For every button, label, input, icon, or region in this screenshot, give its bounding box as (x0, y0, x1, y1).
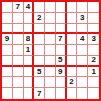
cell-r1c7[interactable] (67, 2, 78, 13)
cell-r9c1[interactable] (2, 88, 13, 99)
cell-r2c8[interactable]: 3 (77, 13, 88, 24)
cell-r7c6[interactable]: 9 (56, 67, 67, 78)
cell-r6c7[interactable] (67, 56, 78, 67)
cell-r8c6[interactable] (56, 77, 67, 88)
cell-r6c1[interactable] (2, 56, 13, 67)
cell-r4c6[interactable]: 7 (56, 34, 67, 45)
cell-r3c3[interactable] (24, 24, 35, 35)
cell-r3c2[interactable] (13, 24, 24, 35)
cell-r3c1[interactable] (2, 24, 13, 35)
sudoku-board: 74239874315259127 (0, 0, 101, 101)
cell-r8c3[interactable] (24, 77, 35, 88)
cell-r1c6[interactable] (56, 2, 67, 13)
cell-r8c7[interactable]: 2 (67, 77, 78, 88)
cell-r9c6[interactable] (56, 88, 67, 99)
cell-r9c9[interactable] (88, 88, 99, 99)
cell-r5c5[interactable] (45, 45, 56, 56)
cell-r6c8[interactable] (77, 56, 88, 67)
cell-r2c6[interactable] (56, 13, 67, 24)
cell-r5c4[interactable] (34, 45, 45, 56)
cell-r8c8[interactable] (77, 77, 88, 88)
cell-r2c7[interactable] (67, 13, 78, 24)
cell-r2c2[interactable] (13, 13, 24, 24)
cell-r9c8[interactable] (77, 88, 88, 99)
cell-r8c1[interactable] (2, 77, 13, 88)
cell-r7c5[interactable] (45, 67, 56, 78)
cell-r4c5[interactable] (45, 34, 56, 45)
cell-r6c6[interactable]: 5 (56, 56, 67, 67)
cell-r1c4[interactable] (34, 2, 45, 13)
cell-r7c7[interactable] (67, 67, 78, 78)
sudoku-puzzle: 74239874315259127 (0, 0, 101, 101)
cell-r5c9[interactable] (88, 45, 99, 56)
cell-r9c7[interactable] (67, 88, 78, 99)
cell-r5c3[interactable]: 1 (24, 45, 35, 56)
cell-r6c9[interactable]: 2 (88, 56, 99, 67)
cell-r1c5[interactable] (45, 2, 56, 13)
cell-r6c2[interactable] (13, 56, 24, 67)
cell-r3c4[interactable] (34, 24, 45, 35)
cell-r8c4[interactable] (34, 77, 45, 88)
cell-r5c6[interactable] (56, 45, 67, 56)
cell-r2c5[interactable] (45, 13, 56, 24)
cell-r3c9[interactable] (88, 24, 99, 35)
cell-r7c9[interactable]: 1 (88, 67, 99, 78)
cell-r9c3[interactable] (24, 88, 35, 99)
cell-r6c4[interactable] (34, 56, 45, 67)
cell-r2c4[interactable]: 2 (34, 13, 45, 24)
cell-r7c4[interactable]: 5 (34, 67, 45, 78)
cell-r3c6[interactable] (56, 24, 67, 35)
cell-r2c9[interactable] (88, 13, 99, 24)
cell-r3c5[interactable] (45, 24, 56, 35)
cell-r5c1[interactable] (2, 45, 13, 56)
cell-r9c5[interactable] (45, 88, 56, 99)
cell-r1c1[interactable] (2, 2, 13, 13)
cell-r5c8[interactable] (77, 45, 88, 56)
cell-r8c9[interactable] (88, 77, 99, 88)
cell-r6c3[interactable] (24, 56, 35, 67)
cell-r1c9[interactable] (88, 2, 99, 13)
cell-r7c8[interactable] (77, 67, 88, 78)
cell-r8c5[interactable] (45, 77, 56, 88)
cell-r4c1[interactable]: 9 (2, 34, 13, 45)
cell-r5c2[interactable] (13, 45, 24, 56)
cell-r5c7[interactable] (67, 45, 78, 56)
cell-r2c1[interactable] (2, 13, 13, 24)
cell-r9c4[interactable]: 7 (34, 88, 45, 99)
cell-r1c3[interactable]: 4 (24, 2, 35, 13)
cell-r7c2[interactable] (13, 67, 24, 78)
cell-r1c8[interactable] (77, 2, 88, 13)
cell-r4c2[interactable] (13, 34, 24, 45)
cell-r8c2[interactable] (13, 77, 24, 88)
cell-r4c4[interactable] (34, 34, 45, 45)
cell-r4c7[interactable] (67, 34, 78, 45)
cell-r4c3[interactable]: 8 (24, 34, 35, 45)
cell-r4c9[interactable]: 3 (88, 34, 99, 45)
cell-r3c7[interactable] (67, 24, 78, 35)
cell-r9c2[interactable] (13, 88, 24, 99)
cell-r4c8[interactable]: 4 (77, 34, 88, 45)
cell-r1c2[interactable]: 7 (13, 2, 24, 13)
cell-r7c1[interactable] (2, 67, 13, 78)
cell-r2c3[interactable] (24, 13, 35, 24)
cell-r3c8[interactable] (77, 24, 88, 35)
cell-r6c5[interactable] (45, 56, 56, 67)
cell-r7c3[interactable] (24, 67, 35, 78)
